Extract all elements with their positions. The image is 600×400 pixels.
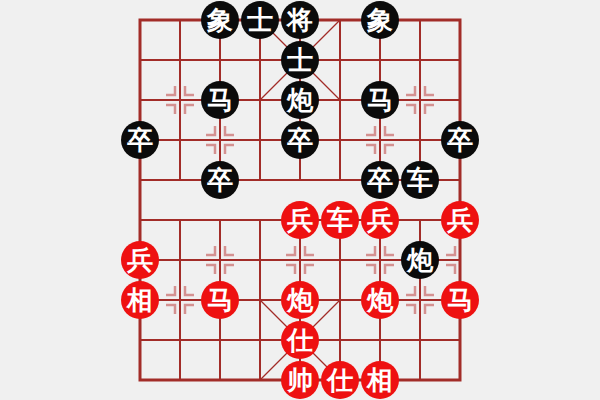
piece-black-elephant-c0[interactable]: 象	[201, 1, 239, 39]
piece-black-advisor-e1[interactable]: 士	[281, 41, 319, 79]
piece-red-soldier-e5[interactable]: 兵	[281, 201, 319, 239]
piece-black-soldier-e3[interactable]: 卒	[281, 121, 319, 159]
piece-red-advisor-e8[interactable]: 仕	[281, 321, 319, 359]
piece-red-soldier-i5[interactable]: 兵	[441, 201, 479, 239]
piece-black-soldier-c4[interactable]: 卒	[201, 161, 239, 199]
piece-red-horse-c7[interactable]: 马	[201, 281, 239, 319]
screenshot-canvas: 象士将象士马炮马卒卒卒卒卒车炮兵车兵兵兵相马炮炮马仕帅仕相	[0, 0, 600, 400]
piece-black-horse-g2[interactable]: 马	[361, 81, 399, 119]
piece-red-horse-i7[interactable]: 马	[441, 281, 479, 319]
piece-red-cannon-g7[interactable]: 炮	[361, 281, 399, 319]
piece-red-elephant-g9[interactable]: 相	[361, 361, 399, 399]
piece-black-cannon-e2[interactable]: 炮	[281, 81, 319, 119]
xiangqi-board-grid: 象士将象士马炮马卒卒卒卒卒车炮兵车兵兵兵相马炮炮马仕帅仕相	[120, 0, 480, 400]
piece-red-general-e9[interactable]: 帅	[281, 361, 319, 399]
xiangqi-board: 象士将象士马炮马卒卒卒卒卒车炮兵车兵兵兵相马炮炮马仕帅仕相	[120, 0, 480, 400]
piece-black-chariot-h4[interactable]: 车	[401, 161, 439, 199]
piece-red-soldier-a6[interactable]: 兵	[121, 241, 159, 279]
piece-black-soldier-g4[interactable]: 卒	[361, 161, 399, 199]
piece-red-chariot-f5[interactable]: 车	[321, 201, 359, 239]
piece-red-elephant-a7[interactable]: 相	[121, 281, 159, 319]
piece-black-soldier-i3[interactable]: 卒	[441, 121, 479, 159]
piece-black-elephant-g0[interactable]: 象	[361, 1, 399, 39]
piece-red-cannon-e7[interactable]: 炮	[281, 281, 319, 319]
piece-red-soldier-g5[interactable]: 兵	[361, 201, 399, 239]
piece-black-general-e0[interactable]: 将	[281, 1, 319, 39]
piece-red-advisor-f9[interactable]: 仕	[321, 361, 359, 399]
piece-black-advisor-d0[interactable]: 士	[241, 1, 279, 39]
piece-black-soldier-a3[interactable]: 卒	[121, 121, 159, 159]
piece-black-cannon-h6[interactable]: 炮	[401, 241, 439, 279]
piece-black-horse-c2[interactable]: 马	[201, 81, 239, 119]
